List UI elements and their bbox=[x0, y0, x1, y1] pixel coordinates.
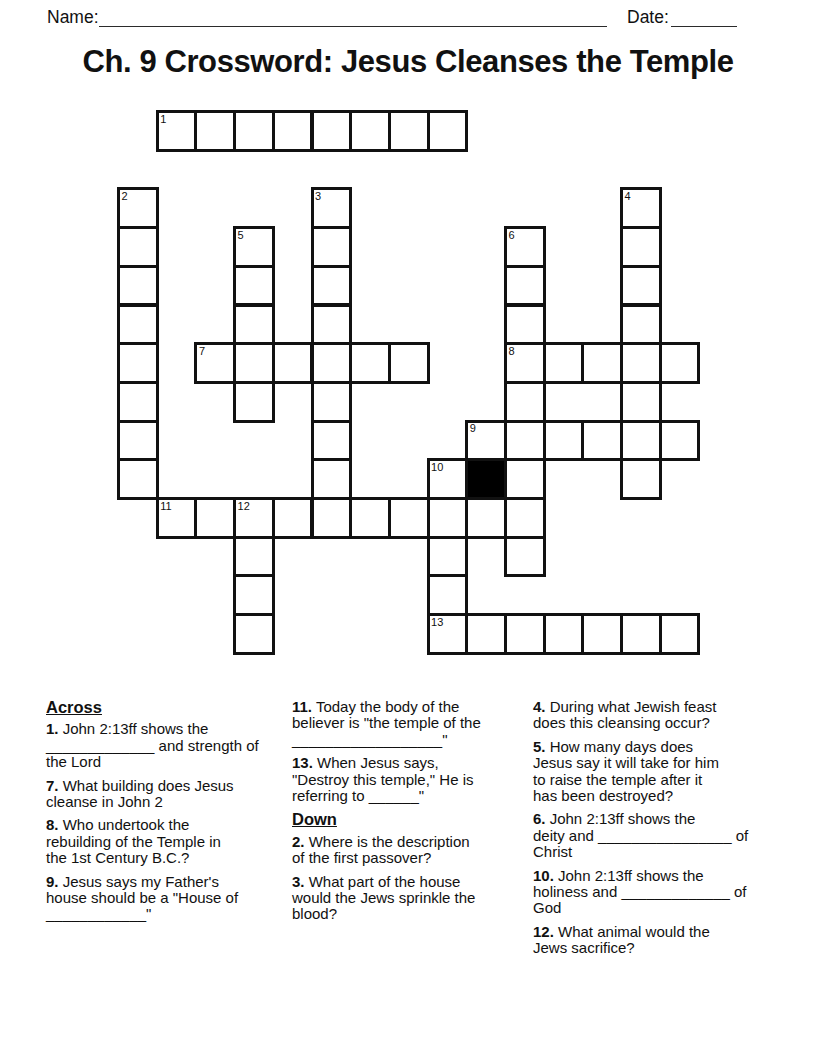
grid-cell[interactable] bbox=[504, 420, 546, 462]
grid-cell[interactable] bbox=[504, 265, 546, 307]
grid-cell[interactable] bbox=[620, 381, 662, 423]
grid-cell[interactable] bbox=[620, 304, 662, 346]
grid-cell[interactable] bbox=[117, 342, 159, 384]
grid-cell[interactable] bbox=[504, 613, 546, 655]
clue-across-11: 11. Today the body of the believer is "t… bbox=[292, 699, 529, 748]
clue-number-label: 11. bbox=[292, 698, 312, 715]
cell-number-4: 4 bbox=[625, 191, 631, 202]
clue-text: Where is the description of the first pa… bbox=[292, 833, 470, 866]
clue-number-label: 3. bbox=[292, 873, 305, 890]
clue-column-3: 4. During what Jewish feast does this cl… bbox=[533, 699, 770, 964]
clue-column-1: Across1. John 2:13ff shows the _________… bbox=[46, 699, 283, 930]
grid-cell[interactable] bbox=[311, 110, 353, 152]
clue-number-label: 5. bbox=[533, 738, 546, 755]
page-title: Ch. 9 Crossword: Jesus Cleanses the Temp… bbox=[0, 44, 816, 80]
grid-cell[interactable] bbox=[194, 497, 236, 539]
clue-across-13: 13. When Jesus says, "Destroy this templ… bbox=[292, 755, 529, 804]
cell-number-6: 6 bbox=[509, 230, 515, 241]
grid-cell[interactable] bbox=[427, 497, 469, 539]
cell-number-9: 9 bbox=[470, 423, 476, 434]
clue-number-label: 12. bbox=[533, 923, 554, 940]
clue-down-6: 6. John 2:13ff shows the deity and _____… bbox=[533, 811, 770, 860]
grid-cell[interactable] bbox=[233, 342, 275, 384]
clue-number-label: 10. bbox=[533, 867, 554, 884]
grid-cell[interactable] bbox=[311, 304, 353, 346]
grid-cell[interactable] bbox=[465, 497, 507, 539]
grid-cell[interactable] bbox=[620, 342, 662, 384]
cell-number-1: 1 bbox=[160, 114, 166, 125]
grid-cell[interactable] bbox=[543, 613, 585, 655]
clue-number-label: 13. bbox=[292, 754, 313, 771]
cell-number-11: 11 bbox=[160, 501, 171, 512]
grid-cell[interactable] bbox=[581, 613, 623, 655]
clue-column-2: 11. Today the body of the believer is "t… bbox=[292, 699, 529, 930]
cell-number-5: 5 bbox=[238, 230, 244, 241]
clue-down-2: 2. Where is the description of the first… bbox=[292, 834, 529, 867]
grid-cell[interactable] bbox=[272, 342, 314, 384]
grid-cell[interactable] bbox=[311, 420, 353, 462]
grid-cell[interactable] bbox=[311, 342, 353, 384]
grid-cell[interactable] bbox=[349, 497, 391, 539]
clue-down-10: 10. John 2:13ff shows the holiness and _… bbox=[533, 868, 770, 917]
grid-cell[interactable] bbox=[349, 110, 391, 152]
clue-text: What animal would the Jews sacrifice? bbox=[533, 923, 710, 956]
grid-cell[interactable] bbox=[659, 613, 701, 655]
date-label: Date: bbox=[627, 7, 669, 28]
clue-text: John 2:13ff shows the holiness and _____… bbox=[533, 867, 747, 917]
grid-cell[interactable] bbox=[504, 458, 546, 500]
clue-number-label: 9. bbox=[46, 873, 59, 890]
grid-cell[interactable] bbox=[272, 497, 314, 539]
clue-across-9: 9. Jesus says my Father's house should b… bbox=[46, 874, 283, 923]
grid-cell[interactable] bbox=[311, 265, 353, 307]
grid-cell[interactable] bbox=[504, 381, 546, 423]
grid-cell[interactable] bbox=[233, 574, 275, 616]
grid-cell[interactable] bbox=[581, 420, 623, 462]
grid-cell[interactable] bbox=[543, 342, 585, 384]
cell-number-7: 7 bbox=[199, 346, 205, 357]
cell-number-10: 10 bbox=[431, 462, 443, 473]
grid-cell[interactable] bbox=[272, 110, 314, 152]
grid-cell[interactable] bbox=[311, 381, 353, 423]
clue-down-12: 12. What animal would the Jews sacrifice… bbox=[533, 924, 770, 957]
clue-down-3: 3. What part of the house would the Jews… bbox=[292, 874, 529, 923]
grid-cell[interactable] bbox=[659, 342, 701, 384]
clue-number-label: 7. bbox=[46, 777, 59, 794]
clue-text: During what Jewish feast does this clean… bbox=[533, 698, 716, 731]
name-label: Name: bbox=[47, 7, 99, 28]
clue-across-1: 1. John 2:13ff shows the _____________ a… bbox=[46, 721, 283, 770]
grid-cell[interactable] bbox=[504, 497, 546, 539]
clue-number-label: 2. bbox=[292, 833, 305, 850]
clue-number-label: 8. bbox=[46, 816, 59, 833]
crossword-grid: 12345678910111213 bbox=[117, 110, 701, 656]
clue-text: Who undertook the rebuilding of the Temp… bbox=[46, 816, 221, 866]
cell-number-2: 2 bbox=[122, 191, 128, 202]
grid-cell[interactable] bbox=[504, 304, 546, 346]
grid-cell[interactable] bbox=[311, 458, 353, 500]
clue-down-4: 4. During what Jewish feast does this cl… bbox=[533, 699, 770, 732]
grid-cell[interactable] bbox=[117, 265, 159, 307]
grid-cell[interactable] bbox=[233, 381, 275, 423]
clue-text: John 2:13ff shows the deity and ________… bbox=[533, 810, 748, 860]
grid-cell[interactable] bbox=[427, 110, 469, 152]
grid-cell[interactable] bbox=[388, 497, 430, 539]
grid-cell[interactable] bbox=[388, 110, 430, 152]
date-input-line[interactable] bbox=[671, 8, 737, 27]
clue-text: Jesus says my Father's house should be a… bbox=[46, 873, 238, 923]
clue-text: What part of the house would the Jews sp… bbox=[292, 873, 475, 923]
clue-text: Today the body of the believer is "the t… bbox=[292, 698, 481, 748]
name-input-line[interactable] bbox=[99, 8, 607, 27]
clue-across-7: 7. What building does Jesus cleanse in J… bbox=[46, 778, 283, 811]
grid-cell[interactable] bbox=[543, 420, 585, 462]
grid-cell[interactable] bbox=[194, 110, 236, 152]
grid-cell[interactable] bbox=[117, 458, 159, 500]
grid-cell[interactable] bbox=[117, 304, 159, 346]
grid-cell[interactable] bbox=[659, 420, 701, 462]
clue-text: When Jesus says, "Destroy this temple," … bbox=[292, 754, 474, 804]
grid-cell[interactable] bbox=[233, 304, 275, 346]
grid-cell[interactable] bbox=[620, 613, 662, 655]
grid-cell[interactable] bbox=[620, 420, 662, 462]
across-header: Across bbox=[46, 699, 283, 715]
grid-cell[interactable] bbox=[117, 381, 159, 423]
clue-text: John 2:13ff shows the _____________ and … bbox=[46, 720, 259, 770]
grid-cell[interactable] bbox=[388, 342, 430, 384]
grid-cell[interactable] bbox=[427, 536, 469, 578]
cell-number-13: 13 bbox=[431, 617, 443, 628]
grid-cell[interactable] bbox=[349, 342, 391, 384]
grid-cell[interactable] bbox=[581, 342, 623, 384]
cell-number-12: 12 bbox=[238, 501, 250, 512]
grid-cell[interactable] bbox=[504, 536, 546, 578]
down-header: Down bbox=[292, 811, 529, 827]
grid-cell[interactable] bbox=[233, 265, 275, 307]
grid-cell[interactable] bbox=[465, 613, 507, 655]
grid-cell[interactable] bbox=[233, 536, 275, 578]
grid-cell[interactable] bbox=[620, 265, 662, 307]
cell-number-3: 3 bbox=[315, 191, 321, 202]
clue-text: What building does Jesus cleanse in John… bbox=[46, 777, 234, 810]
grid-cell[interactable] bbox=[427, 574, 469, 616]
blocked-cell bbox=[465, 458, 507, 500]
grid-cell[interactable] bbox=[117, 226, 159, 268]
grid-cell[interactable] bbox=[620, 458, 662, 500]
cell-number-8: 8 bbox=[509, 346, 515, 357]
grid-cell[interactable] bbox=[117, 420, 159, 462]
clue-text: How many days does Jesus say it will tak… bbox=[533, 738, 719, 804]
grid-cell[interactable] bbox=[233, 613, 275, 655]
clue-number-label: 6. bbox=[533, 810, 546, 827]
clue-down-5: 5. How many days does Jesus say it will … bbox=[533, 739, 770, 805]
grid-cell[interactable] bbox=[311, 497, 353, 539]
grid-cell[interactable] bbox=[620, 226, 662, 268]
clue-across-8: 8. Who undertook the rebuilding of the T… bbox=[46, 817, 283, 866]
grid-cell[interactable] bbox=[233, 110, 275, 152]
grid-cell[interactable] bbox=[311, 226, 353, 268]
clue-number-label: 1. bbox=[46, 720, 59, 737]
clue-number-label: 4. bbox=[533, 698, 546, 715]
